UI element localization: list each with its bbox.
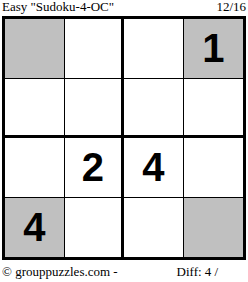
cell-r3c1-empty[interactable]: [65, 198, 125, 258]
cell-r1c2-empty[interactable]: [124, 79, 184, 139]
cell-r2c3-empty[interactable]: [184, 138, 244, 198]
cell-r0c1-empty[interactable]: [65, 19, 125, 79]
cell-r0c2-empty[interactable]: [124, 19, 184, 79]
cell-r1c0-empty[interactable]: [5, 79, 65, 139]
puzzle-page: Easy "Sudoku-4-OC" 12/16 1244 © grouppuz…: [0, 0, 248, 282]
footer: © grouppuzzles.com - 12/20/2020 Diff: 4 …: [0, 265, 248, 282]
cell-r0c0-empty[interactable]: [5, 19, 65, 79]
cell-r2c2-given-4: 4: [124, 138, 184, 198]
puzzle-counter: 12/16: [216, 0, 246, 14]
header: Easy "Sudoku-4-OC" 12/16: [0, 0, 248, 16]
cell-r0c3-given-1: 1: [184, 19, 244, 79]
cell-r3c0-given-4: 4: [5, 198, 65, 258]
cell-r2c1-given-2: 2: [65, 138, 125, 198]
cell-r3c3-empty[interactable]: [184, 198, 244, 258]
cell-r3c2-empty[interactable]: [124, 198, 184, 258]
copyright-text: © grouppuzzles.com - 12/20/2020: [2, 265, 177, 282]
difficulty-text: Diff: 4 / 4431: [177, 265, 246, 282]
sudoku-board: 1244: [2, 16, 246, 260]
puzzle-title: Easy "Sudoku-4-OC": [2, 0, 114, 14]
cell-r1c1-empty[interactable]: [65, 79, 125, 139]
cell-r1c3-empty[interactable]: [184, 79, 244, 139]
cell-r2c0-empty[interactable]: [5, 138, 65, 198]
